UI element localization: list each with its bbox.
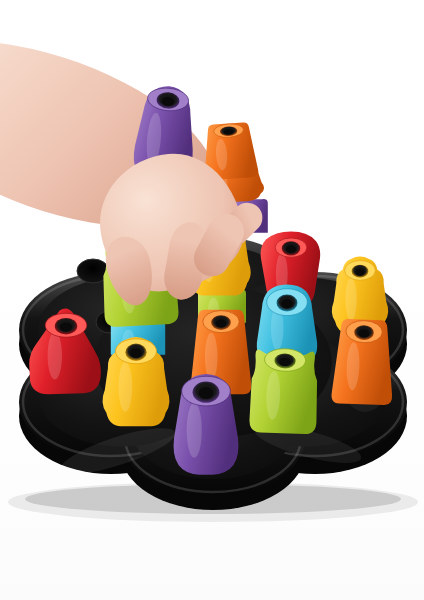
peg-red-triangle-left[interactable]	[26, 305, 106, 397]
peg-green-star-right[interactable]	[244, 343, 323, 440]
product-photo-stage	[0, 0, 424, 600]
peg-purple-oval-bottom[interactable]	[164, 372, 248, 478]
peg-yellow-star-left[interactable]	[98, 334, 174, 430]
peg-orange-square-right[interactable]	[326, 315, 399, 409]
